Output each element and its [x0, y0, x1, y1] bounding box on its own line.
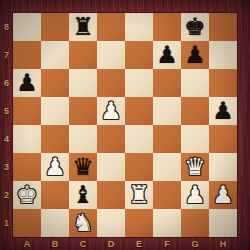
square-g8[interactable]: ♚ — [181, 13, 209, 41]
piece-black-pawn[interactable]: ♟ — [184, 41, 206, 69]
piece-white-pawn[interactable]: ♟ — [184, 181, 206, 209]
rank-label-3: 3 — [0, 153, 13, 181]
file-label-f: F — [153, 237, 181, 250]
square-h6[interactable] — [209, 69, 237, 97]
square-b5[interactable] — [41, 97, 69, 125]
square-g6[interactable] — [181, 69, 209, 97]
square-a2[interactable]: ♚ — [13, 181, 41, 209]
square-a5[interactable] — [13, 97, 41, 125]
board-grid: ♜♚♟♟♟♟♟♟♛♛♚♝♜♟♟♞ — [13, 13, 237, 237]
rank-label-8: 8 — [0, 13, 13, 41]
square-c4[interactable] — [69, 125, 97, 153]
square-a6[interactable]: ♟ — [13, 69, 41, 97]
rank-label-7: 7 — [0, 41, 13, 69]
file-label-b: B — [41, 237, 69, 250]
square-c1[interactable]: ♞ — [69, 209, 97, 237]
square-a4[interactable] — [13, 125, 41, 153]
square-b8[interactable] — [41, 13, 69, 41]
square-h8[interactable] — [209, 13, 237, 41]
square-b2[interactable] — [41, 181, 69, 209]
square-e5[interactable] — [125, 97, 153, 125]
square-d7[interactable] — [97, 41, 125, 69]
piece-white-rook[interactable]: ♜ — [128, 181, 150, 209]
square-b1[interactable] — [41, 209, 69, 237]
square-c8[interactable]: ♜ — [69, 13, 97, 41]
piece-black-rook[interactable]: ♜ — [72, 13, 94, 41]
square-g4[interactable] — [181, 125, 209, 153]
rank-labels: 87654321 — [0, 13, 13, 237]
square-e3[interactable] — [125, 153, 153, 181]
square-c6[interactable] — [69, 69, 97, 97]
rank-label-5: 5 — [0, 97, 13, 125]
square-c3[interactable]: ♛ — [69, 153, 97, 181]
file-label-g: G — [181, 237, 209, 250]
square-e8[interactable] — [125, 13, 153, 41]
rank-label-1: 1 — [0, 209, 13, 237]
square-c2[interactable]: ♝ — [69, 181, 97, 209]
piece-white-queen[interactable]: ♛ — [184, 153, 206, 181]
square-a1[interactable] — [13, 209, 41, 237]
square-h1[interactable] — [209, 209, 237, 237]
piece-black-queen[interactable]: ♛ — [72, 153, 94, 181]
square-g5[interactable] — [181, 97, 209, 125]
file-label-e: E — [125, 237, 153, 250]
square-g3[interactable]: ♛ — [181, 153, 209, 181]
file-label-h: H — [209, 237, 237, 250]
square-c7[interactable] — [69, 41, 97, 69]
piece-white-pawn[interactable]: ♟ — [212, 181, 234, 209]
square-b3[interactable]: ♟ — [41, 153, 69, 181]
square-f3[interactable] — [153, 153, 181, 181]
square-c5[interactable] — [69, 97, 97, 125]
square-d4[interactable] — [97, 125, 125, 153]
square-b6[interactable] — [41, 69, 69, 97]
square-f4[interactable] — [153, 125, 181, 153]
square-h4[interactable] — [209, 125, 237, 153]
square-h3[interactable] — [209, 153, 237, 181]
square-b7[interactable] — [41, 41, 69, 69]
piece-black-king[interactable]: ♚ — [184, 13, 206, 41]
file-label-a: A — [13, 237, 41, 250]
square-g2[interactable]: ♟ — [181, 181, 209, 209]
square-e4[interactable] — [125, 125, 153, 153]
rank-label-4: 4 — [0, 125, 13, 153]
square-f6[interactable] — [153, 69, 181, 97]
piece-white-pawn[interactable]: ♟ — [100, 97, 122, 125]
square-d1[interactable] — [97, 209, 125, 237]
square-e7[interactable] — [125, 41, 153, 69]
rank-label-6: 6 — [0, 69, 13, 97]
square-f2[interactable] — [153, 181, 181, 209]
piece-white-pawn[interactable]: ♟ — [44, 153, 66, 181]
square-e1[interactable] — [125, 209, 153, 237]
file-labels: ABCDEFGH — [13, 237, 237, 250]
piece-black-pawn[interactable]: ♟ — [156, 41, 178, 69]
piece-white-king[interactable]: ♚ — [16, 181, 38, 209]
rank-label-2: 2 — [0, 181, 13, 209]
square-f8[interactable] — [153, 13, 181, 41]
square-d6[interactable] — [97, 69, 125, 97]
square-e2[interactable]: ♜ — [125, 181, 153, 209]
square-d3[interactable] — [97, 153, 125, 181]
square-d5[interactable]: ♟ — [97, 97, 125, 125]
square-a7[interactable] — [13, 41, 41, 69]
piece-black-bishop[interactable]: ♝ — [72, 181, 94, 209]
square-e6[interactable] — [125, 69, 153, 97]
square-g1[interactable] — [181, 209, 209, 237]
square-f5[interactable] — [153, 97, 181, 125]
square-a3[interactable] — [13, 153, 41, 181]
file-label-d: D — [97, 237, 125, 250]
square-h2[interactable]: ♟ — [209, 181, 237, 209]
piece-white-knight[interactable]: ♞ — [72, 209, 94, 237]
square-b4[interactable] — [41, 125, 69, 153]
square-d8[interactable] — [97, 13, 125, 41]
file-label-c: C — [69, 237, 97, 250]
square-h7[interactable] — [209, 41, 237, 69]
square-g7[interactable]: ♟ — [181, 41, 209, 69]
piece-black-pawn[interactable]: ♟ — [16, 69, 38, 97]
piece-black-pawn[interactable]: ♟ — [212, 97, 234, 125]
square-a8[interactable] — [13, 13, 41, 41]
square-d2[interactable] — [97, 181, 125, 209]
square-f1[interactable] — [153, 209, 181, 237]
chessboard-frame: 87654321 ♜♚♟♟♟♟♟♟♛♛♚♝♜♟♟♞ ABCDEFGH — [0, 0, 250, 250]
square-h5[interactable]: ♟ — [209, 97, 237, 125]
square-f7[interactable]: ♟ — [153, 41, 181, 69]
